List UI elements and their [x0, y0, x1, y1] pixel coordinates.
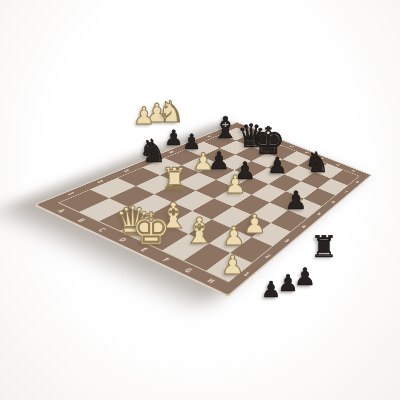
piece-black-knight-g8: ♞: [304, 149, 329, 177]
rank-label-right-8: 8: [355, 181, 360, 184]
file-label-near-f: F: [161, 257, 171, 263]
piece-white-pawn-c4: ♟: [192, 150, 214, 174]
piece-white-pawn-h1: ♟: [221, 252, 244, 278]
file-label-near-a: A: [56, 208, 67, 213]
rank-label-right-4: 4: [300, 224, 307, 228]
captured-black-rook-1: ♜: [311, 232, 338, 262]
piece-white-bishop-f2: ♝: [183, 213, 215, 249]
file-label-near-b: B: [76, 218, 87, 223]
file-label-far-d: D: [289, 145, 295, 148]
rank-label-right-6: 6: [330, 201, 336, 205]
piece-black-pawn-g5: ♟: [285, 188, 307, 213]
piece-white-king-e1: ♚: [132, 207, 171, 251]
rank-label-right-5: 5: [316, 212, 322, 216]
piece-black-pawn-e7: ♟: [267, 155, 287, 177]
rank-label-right-2: 2: [263, 254, 271, 259]
piece-white-pawn-g3: ♟: [243, 211, 266, 237]
captured-black-pawn-4: ♟: [261, 279, 281, 301]
file-label-near-g: G: [183, 267, 194, 273]
file-label-near-h: H: [206, 278, 217, 285]
rank-label-right-7: 7: [343, 190, 349, 193]
captured-white-pawn-1: ♟: [133, 104, 155, 128]
chess-photo-stage: AABBCCDDEEFFGGHH1122334455667788 ♝♛♚♞♟♟♟…: [0, 0, 400, 400]
rank-label-right-3: 3: [283, 238, 290, 243]
piece-white-rook-c3: ♜: [161, 164, 188, 194]
file-label-near-c: C: [97, 227, 108, 232]
piece-white-pawn-g2: ♟: [222, 223, 245, 249]
file-label-far-g: G: [335, 163, 341, 166]
piece-black-bishop-a8: ♝: [212, 113, 239, 143]
piece-white-pawn-e4: ♟: [224, 172, 246, 197]
captured-white-knight-3: ♞: [158, 97, 185, 127]
